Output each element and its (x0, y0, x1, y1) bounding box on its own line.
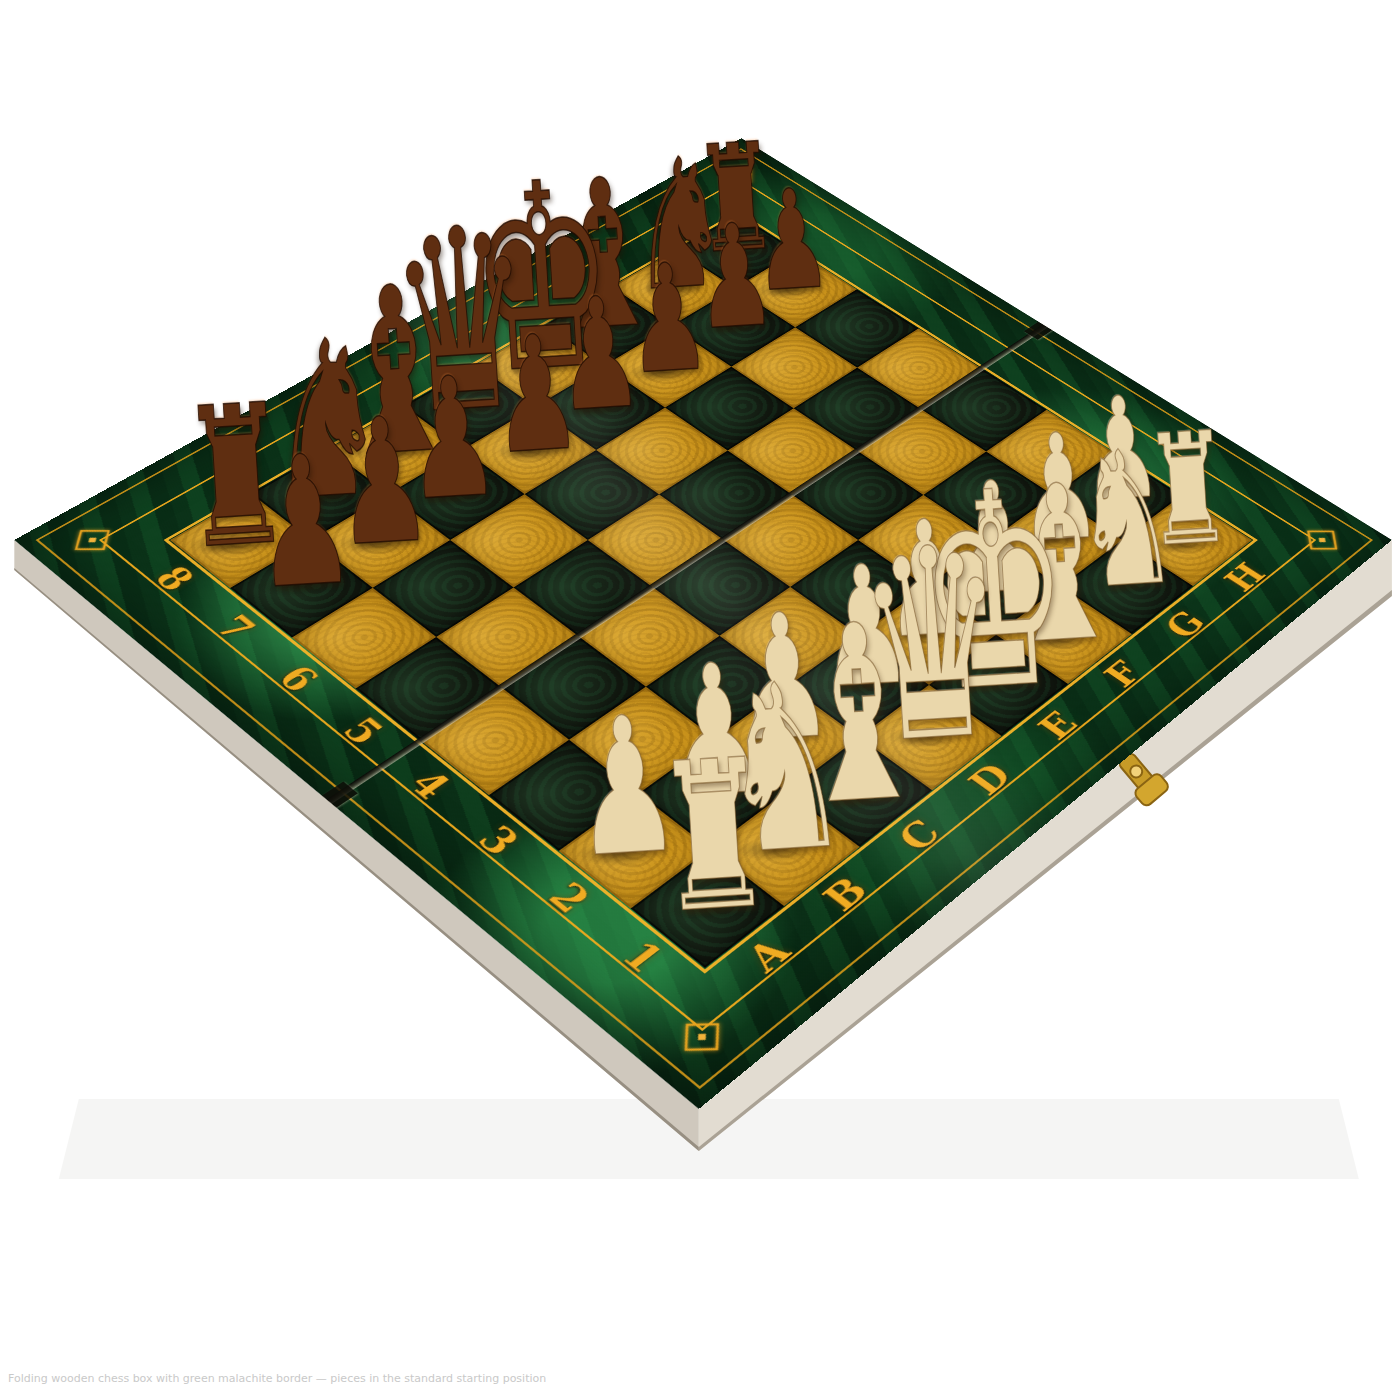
file-label-g: G (1159, 606, 1212, 644)
file-label-d: D (962, 758, 1019, 800)
rank-label-5: 5 (336, 712, 390, 750)
rank-label-3: 3 (471, 820, 526, 861)
rank-label-6: 6 (271, 660, 325, 697)
border-ornament-2 (685, 1023, 720, 1051)
rank-label-8: 8 (148, 561, 201, 596)
border-ornament-1 (727, 168, 752, 183)
file-label-f: F (1098, 656, 1148, 692)
file-label-e: E (1032, 706, 1084, 744)
rank-label-1: 1 (614, 935, 670, 979)
border-ornament-3 (1307, 531, 1337, 550)
product-photo-scene: 12345678ABCDEFGH ♜♞♝♛♚♝♞♜♟♟♟♟♟♟♟♟♟♟♟♟♟♟♟… (0, 0, 1400, 1400)
rank-label-2: 2 (541, 877, 597, 920)
border-ornament-0 (75, 530, 110, 550)
file-label-a: A (739, 932, 797, 978)
rank-label-7: 7 (209, 610, 262, 646)
file-label-b: B (816, 871, 875, 916)
file-label-h: H (1218, 558, 1272, 596)
rank-label-4: 4 (402, 765, 457, 805)
file-label-c: C (891, 814, 947, 856)
